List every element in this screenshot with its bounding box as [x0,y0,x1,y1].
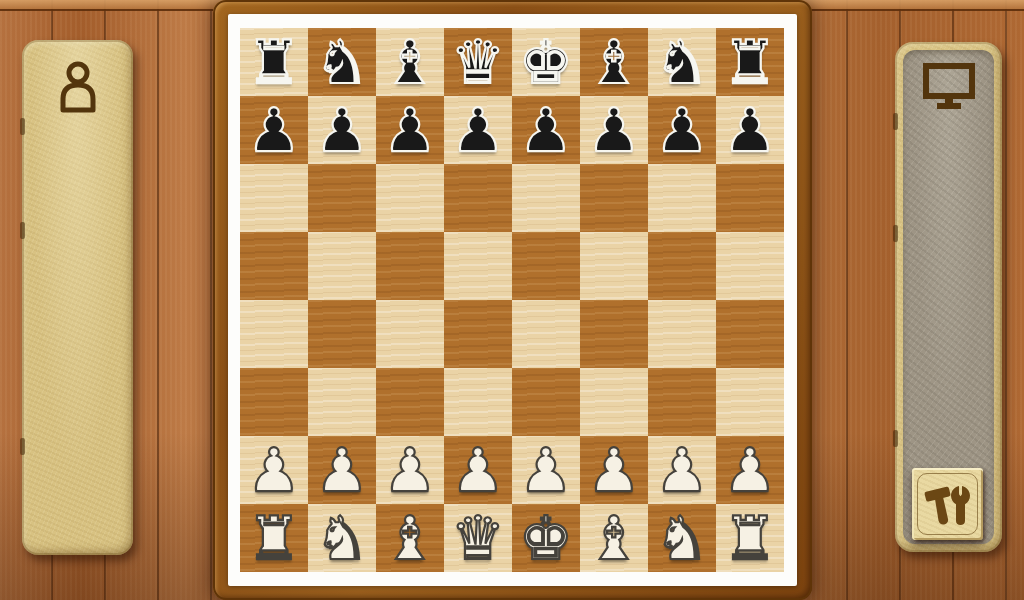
square-d2[interactable]: ♟ [444,436,512,504]
black-king: ♚ [519,28,573,96]
square-a8[interactable]: ♜ [240,28,308,96]
square-b7[interactable]: ♟ [308,96,376,164]
square-c3[interactable] [376,368,444,436]
square-d6[interactable] [444,164,512,232]
settings-button-frame [917,473,978,535]
black-rook: ♜ [247,28,301,96]
white-queen: ♛ [451,504,505,572]
square-c4[interactable] [376,300,444,368]
square-h8[interactable]: ♜ [716,28,784,96]
square-f6[interactable] [580,164,648,232]
square-a1[interactable]: ♜ [240,504,308,572]
square-c6[interactable] [376,164,444,232]
game-screen: ♜♞♝♛♚♝♞♜♟♟♟♟♟♟♟♟♟♟♟♟♟♟♟♟♜♞♝♛♚♝♞♜ [0,0,1024,600]
human-player-panel[interactable] [22,40,133,555]
square-d1[interactable]: ♛ [444,504,512,572]
square-a7[interactable]: ♟ [240,96,308,164]
square-e8[interactable]: ♚ [512,28,580,96]
board-frame: ♜♞♝♛♚♝♞♜♟♟♟♟♟♟♟♟♟♟♟♟♟♟♟♟♜♞♝♛♚♝♞♜ [213,0,812,600]
panel-notch [893,430,898,447]
square-f8[interactable]: ♝ [580,28,648,96]
white-pawn: ♟ [655,436,709,504]
square-a2[interactable]: ♟ [240,436,308,504]
square-g2[interactable]: ♟ [648,436,716,504]
square-e7[interactable]: ♟ [512,96,580,164]
white-king: ♚ [519,504,573,572]
panel-notch [20,438,25,455]
square-a4[interactable] [240,300,308,368]
black-pawn: ♟ [655,96,709,164]
square-g3[interactable] [648,368,716,436]
square-c5[interactable] [376,232,444,300]
square-h1[interactable]: ♜ [716,504,784,572]
white-bishop: ♝ [587,504,641,572]
white-pawn: ♟ [723,436,777,504]
square-h6[interactable] [716,164,784,232]
panel-notch [20,118,25,135]
square-g7[interactable]: ♟ [648,96,716,164]
square-f7[interactable]: ♟ [580,96,648,164]
white-pawn: ♟ [315,436,369,504]
white-rook: ♜ [723,504,777,572]
white-knight: ♞ [315,504,369,572]
square-b5[interactable] [308,232,376,300]
black-pawn: ♟ [723,96,777,164]
white-pawn: ♟ [519,436,573,504]
white-pawn: ♟ [383,436,437,504]
square-d4[interactable] [444,300,512,368]
black-knight: ♞ [655,28,709,96]
white-bishop: ♝ [383,504,437,572]
square-b3[interactable] [308,368,376,436]
square-h7[interactable]: ♟ [716,96,784,164]
black-bishop: ♝ [383,28,437,96]
square-h4[interactable] [716,300,784,368]
black-queen: ♛ [451,28,505,96]
square-c8[interactable]: ♝ [376,28,444,96]
monitor-icon [922,62,976,110]
square-c2[interactable]: ♟ [376,436,444,504]
square-h5[interactable] [716,232,784,300]
square-e6[interactable] [512,164,580,232]
square-d3[interactable] [444,368,512,436]
square-e3[interactable] [512,368,580,436]
square-h3[interactable] [716,368,784,436]
square-b4[interactable] [308,300,376,368]
black-pawn: ♟ [451,96,505,164]
white-knight: ♞ [655,504,709,572]
square-a6[interactable] [240,164,308,232]
square-h2[interactable]: ♟ [716,436,784,504]
square-g8[interactable]: ♞ [648,28,716,96]
square-a5[interactable] [240,232,308,300]
square-f3[interactable] [580,368,648,436]
square-a3[interactable] [240,368,308,436]
black-pawn: ♟ [383,96,437,164]
square-e5[interactable] [512,232,580,300]
panel-notch [893,113,898,130]
square-b6[interactable] [308,164,376,232]
square-c7[interactable]: ♟ [376,96,444,164]
square-b8[interactable]: ♞ [308,28,376,96]
black-pawn: ♟ [519,96,573,164]
square-e4[interactable] [512,300,580,368]
white-rook: ♜ [247,504,301,572]
white-pawn: ♟ [451,436,505,504]
square-f2[interactable]: ♟ [580,436,648,504]
square-g6[interactable] [648,164,716,232]
chess-board: ♜♞♝♛♚♝♞♜♟♟♟♟♟♟♟♟♟♟♟♟♟♟♟♟♜♞♝♛♚♝♞♜ [240,28,784,572]
square-g5[interactable] [648,232,716,300]
square-e2[interactable]: ♟ [512,436,580,504]
black-knight: ♞ [315,28,369,96]
square-d7[interactable]: ♟ [444,96,512,164]
square-d8[interactable]: ♛ [444,28,512,96]
square-e1[interactable]: ♚ [512,504,580,572]
square-c1[interactable]: ♝ [376,504,444,572]
black-pawn: ♟ [247,96,301,164]
settings-button[interactable] [912,468,983,540]
white-pawn: ♟ [587,436,641,504]
square-f5[interactable] [580,232,648,300]
black-rook: ♜ [723,28,777,96]
square-d5[interactable] [444,232,512,300]
hammer-wrench-icon [924,481,972,527]
black-bishop: ♝ [587,28,641,96]
square-f4[interactable] [580,300,648,368]
square-g4[interactable] [648,300,716,368]
black-pawn: ♟ [587,96,641,164]
panel-notch [20,222,25,239]
black-pawn: ♟ [315,96,369,164]
square-b1[interactable]: ♞ [308,504,376,572]
square-b2[interactable]: ♟ [308,436,376,504]
person-icon [55,61,101,113]
square-f1[interactable]: ♝ [580,504,648,572]
square-g1[interactable]: ♞ [648,504,716,572]
panel-notch [893,225,898,242]
white-pawn: ♟ [247,436,301,504]
board-inner-border: ♜♞♝♛♚♝♞♜♟♟♟♟♟♟♟♟♟♟♟♟♟♟♟♟♜♞♝♛♚♝♞♜ [228,14,797,586]
